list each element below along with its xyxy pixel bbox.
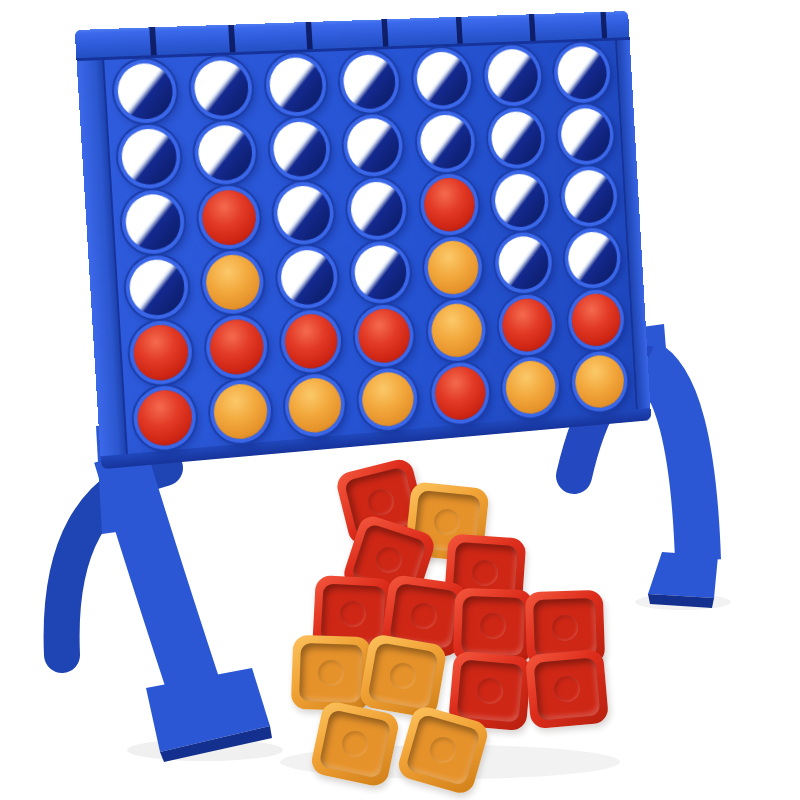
loose-chip-yellow-10[interactable] <box>358 633 448 719</box>
loose-chips-pile <box>0 0 800 800</box>
loose-chip-yellow-13[interactable] <box>309 700 401 789</box>
loose-chip-red-12[interactable] <box>525 649 609 730</box>
loose-chip-yellow-9[interactable] <box>291 635 372 712</box>
connect-four-photo <box>0 0 800 800</box>
